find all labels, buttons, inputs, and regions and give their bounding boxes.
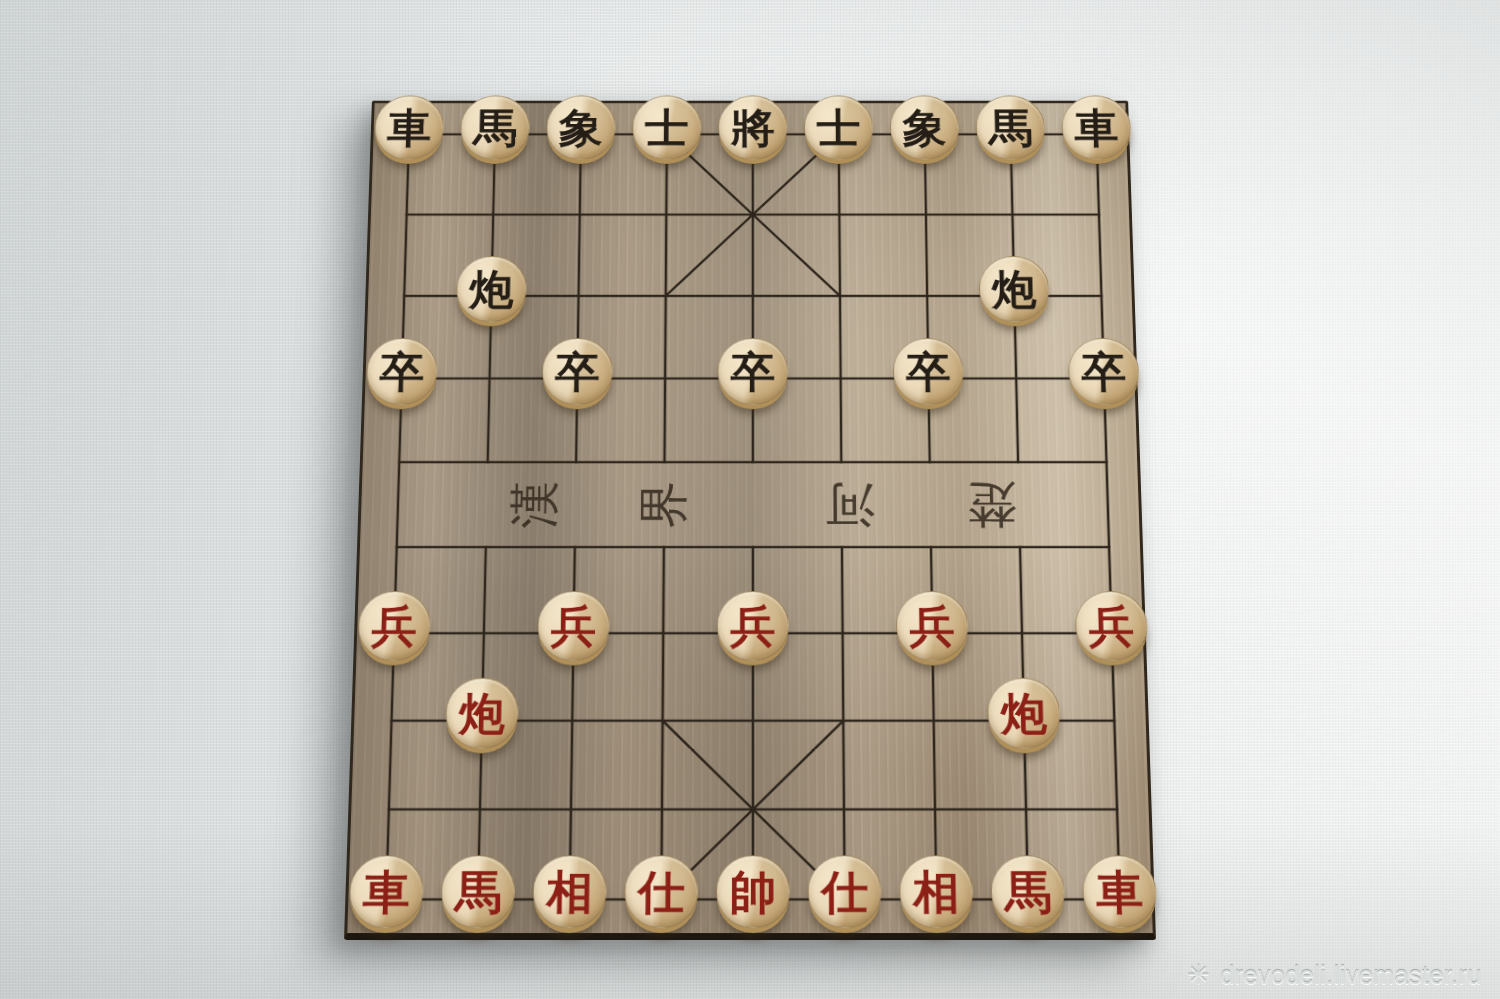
piece-black-r0c4[interactable]: 將 (718, 96, 787, 160)
piece-red-r9c5[interactable]: 仕 (808, 855, 882, 928)
piece-black-r0c2[interactable]: 象 (546, 96, 616, 160)
piece-black-r3c8[interactable]: 卒 (1068, 338, 1141, 405)
piece-red-r9c3[interactable]: 仕 (624, 855, 698, 928)
piece-red-r6c6[interactable]: 兵 (896, 591, 969, 661)
piece-red-r6c8[interactable]: 兵 (1074, 591, 1148, 661)
piece-black-r0c5[interactable]: 士 (804, 96, 874, 160)
piece-red-r6c2[interactable]: 兵 (537, 591, 610, 661)
piece-red-r9c8[interactable]: 車 (1082, 855, 1158, 928)
xiangqi-board: 漢 界 河 楚 車馬象士將士象馬車炮炮卒卒卒卒卒兵兵兵兵兵炮炮車馬相仕帥仕相馬車 (344, 101, 1156, 940)
piece-red-r9c2[interactable]: 相 (532, 855, 607, 928)
piece-black-r3c4[interactable]: 卒 (717, 338, 788, 405)
board-perspective-wrap: 漢 界 河 楚 車馬象士將士象馬車炮炮卒卒卒卒卒兵兵兵兵兵炮炮車馬相仕帥仕相馬車 (344, 101, 1156, 940)
piece-red-r9c1[interactable]: 馬 (440, 855, 515, 928)
piece-black-r0c6[interactable]: 象 (890, 96, 960, 160)
piece-black-r0c3[interactable]: 士 (632, 96, 702, 160)
piece-red-r7c7[interactable]: 炮 (987, 678, 1061, 749)
piece-red-r6c0[interactable]: 兵 (357, 591, 431, 661)
snowflake-icon: ✳ (1187, 959, 1210, 991)
piece-black-r2c7[interactable]: 炮 (978, 256, 1050, 322)
piece-black-r2c1[interactable]: 炮 (456, 256, 528, 322)
piece-black-r3c0[interactable]: 卒 (366, 338, 439, 405)
piece-red-r9c7[interactable]: 馬 (990, 855, 1065, 928)
watermark-text: drevodeli.livemaster.ru (1220, 961, 1482, 990)
piece-black-r3c2[interactable]: 卒 (542, 338, 614, 405)
piece-black-r0c7[interactable]: 馬 (975, 96, 1046, 160)
piece-red-r6c4[interactable]: 兵 (717, 591, 789, 661)
photo-scene: 漢 界 河 楚 車馬象士將士象馬車炮炮卒卒卒卒卒兵兵兵兵兵炮炮車馬相仕帥仕相馬車… (0, 0, 1500, 999)
watermark: ✳ drevodeli.livemaster.ru (1187, 959, 1482, 991)
piece-red-r7c1[interactable]: 炮 (445, 678, 519, 749)
piece-black-r0c0[interactable]: 車 (374, 96, 445, 160)
piece-red-r9c4[interactable]: 帥 (716, 855, 790, 928)
piece-red-r9c0[interactable]: 車 (348, 855, 424, 928)
pieces-layer: 車馬象士將士象馬車炮炮卒卒卒卒卒兵兵兵兵兵炮炮車馬相仕帥仕相馬車 (347, 103, 1153, 933)
piece-black-r0c1[interactable]: 馬 (460, 96, 531, 160)
piece-red-r9c6[interactable]: 相 (899, 855, 974, 928)
piece-black-r3c6[interactable]: 卒 (893, 338, 965, 405)
piece-black-r0c8[interactable]: 車 (1061, 96, 1132, 160)
